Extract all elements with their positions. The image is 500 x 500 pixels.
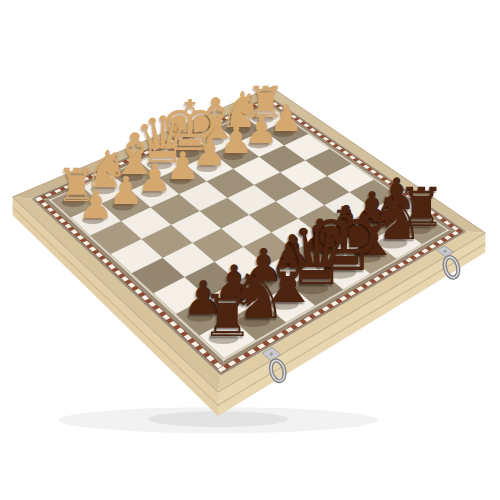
white-pawn-a2: ♟: [79, 185, 114, 224]
white-pawn-b2: ♟: [109, 172, 144, 211]
pieces-layer: ♜♞♟♝♟♚♟♛♟♝♟♞♟♜♟♟♟♟♜♟♞♟♝♟♚♟♛♟♝♟♞♜: [0, 0, 500, 500]
chess-set-product-photo: ♜♞♟♝♟♚♟♛♟♝♟♞♟♜♟♟♟♟♜♟♞♟♝♟♚♟♛♟♝♟♞♜: [0, 0, 500, 500]
black-rook-a8: ♜: [201, 287, 253, 345]
